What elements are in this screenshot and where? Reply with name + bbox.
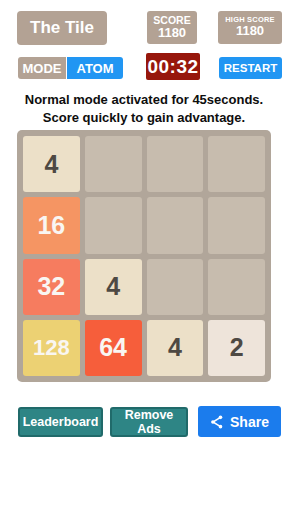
share-button[interactable]: Share <box>198 406 281 437</box>
empty-cell <box>208 136 265 192</box>
tile-2: 2 <box>208 320 265 376</box>
status-message-line2: Score quickly to gain advantage. <box>0 109 288 127</box>
board[interactable]: 4163241286442 <box>17 130 271 382</box>
score-value: 1180 <box>158 26 186 41</box>
score-box: SCORE 1180 <box>147 11 197 44</box>
empty-cell <box>147 197 204 253</box>
app-title: The Tile <box>17 11 107 45</box>
share-icon <box>210 415 224 429</box>
empty-cell <box>85 136 142 192</box>
status-message-line1: Normal mode activated for 45seconds. <box>0 91 288 109</box>
remove-ads-button[interactable]: Remove Ads <box>110 407 188 437</box>
tile-4: 4 <box>147 320 204 376</box>
app-screen: The Tile SCORE 1180 HIGH SCORE 1180 MODE… <box>0 0 288 512</box>
high-score-box: HIGH SCORE 1180 <box>218 11 282 44</box>
empty-cell <box>147 136 204 192</box>
app-title-label: The Tile <box>30 18 94 38</box>
tile-128: 128 <box>23 320 80 376</box>
empty-cell <box>208 259 265 315</box>
tile-16: 16 <box>23 197 80 253</box>
tile-64: 64 <box>85 320 142 376</box>
empty-cell <box>208 197 265 253</box>
empty-cell <box>85 197 142 253</box>
empty-cell <box>147 259 204 315</box>
high-score-value: 1180 <box>236 24 264 39</box>
status-message: Normal mode activated for 45seconds. Sco… <box>0 91 288 126</box>
mode-value-button[interactable]: ATOM <box>67 57 123 79</box>
mode-button[interactable]: MODE <box>18 57 66 79</box>
restart-button[interactable]: RESTART <box>219 57 282 79</box>
tile-4: 4 <box>85 259 142 315</box>
countdown-timer: 00:32 <box>146 53 200 80</box>
tile-32: 32 <box>23 259 80 315</box>
leaderboard-button[interactable]: Leaderboard <box>18 407 103 437</box>
share-label: Share <box>230 414 269 430</box>
tile-4: 4 <box>23 136 80 192</box>
